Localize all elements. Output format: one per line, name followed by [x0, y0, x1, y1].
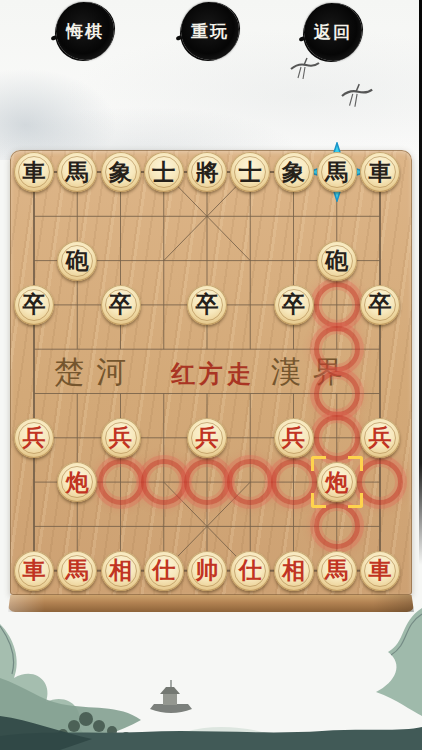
piece-character: 兵 — [369, 426, 392, 449]
piece-character: 車 — [369, 161, 392, 184]
piece-character: 象 — [282, 161, 305, 184]
piece-red-chariot[interactable]: 車 — [360, 551, 400, 591]
piece-character: 砲 — [66, 249, 89, 272]
piece-red-advisor[interactable]: 仕 — [230, 551, 270, 591]
piece-red-cannon[interactable]: 炮 — [57, 462, 97, 502]
turn-indicator: 红方走 — [171, 358, 255, 390]
move-target-ring[interactable] — [141, 459, 187, 505]
river-label-left: 楚河 — [54, 352, 138, 393]
piece-red-soldier[interactable]: 兵 — [101, 418, 141, 458]
piece-black-advisor[interactable]: 士 — [230, 152, 270, 192]
move-target-ring[interactable] — [314, 326, 360, 372]
move-target-ring[interactable] — [98, 459, 144, 505]
piece-red-soldier[interactable]: 兵 — [14, 418, 54, 458]
piece-character: 將 — [196, 161, 219, 184]
move-target-ring[interactable] — [314, 503, 360, 549]
piece-black-horse[interactable]: 馬 — [317, 152, 357, 192]
piece-character: 帅 — [196, 559, 219, 582]
move-target-ring[interactable] — [314, 371, 360, 417]
piece-red-horse[interactable]: 馬 — [57, 551, 97, 591]
piece-black-chariot[interactable]: 車 — [360, 152, 400, 192]
piece-character: 兵 — [282, 426, 305, 449]
piece-character: 車 — [23, 559, 46, 582]
piece-character: 車 — [23, 161, 46, 184]
piece-black-horse[interactable]: 馬 — [57, 152, 97, 192]
piece-character: 士 — [239, 161, 262, 184]
xiangqi-board[interactable]: 楚河 红方走 漢界 車馬象士將士象馬車砲砲卒卒卒卒卒兵兵兵兵兵炮炮車馬相仕帅仕相… — [10, 150, 412, 595]
piece-red-soldier[interactable]: 兵 — [360, 418, 400, 458]
piece-character: 炮 — [325, 471, 348, 494]
piece-black-cannon[interactable]: 砲 — [57, 241, 97, 281]
piece-character: 相 — [109, 559, 132, 582]
piece-red-soldier[interactable]: 兵 — [274, 418, 314, 458]
piece-black-soldier[interactable]: 卒 — [101, 285, 141, 325]
piece-character: 馬 — [325, 161, 348, 184]
game-screen: 悔棋 重玩 返回 楚河 红方走 漢界 車馬象士將士象馬車砲砲卒卒卒卒卒兵兵兵兵兵… — [0, 0, 422, 750]
piece-character: 士 — [152, 161, 175, 184]
move-target-ring[interactable] — [184, 459, 230, 505]
piece-character: 兵 — [23, 426, 46, 449]
undo-button-label: 悔棋 — [66, 20, 104, 43]
piece-red-soldier[interactable]: 兵 — [187, 418, 227, 458]
piece-black-general[interactable]: 將 — [187, 152, 227, 192]
crane-icon — [286, 56, 322, 82]
piece-character: 卒 — [23, 293, 46, 316]
move-target-ring[interactable] — [227, 459, 273, 505]
back-button-label: 返回 — [314, 21, 352, 44]
piece-character: 卒 — [282, 293, 305, 316]
piece-character: 仕 — [152, 559, 175, 582]
piece-black-advisor[interactable]: 士 — [144, 152, 184, 192]
piece-character: 仕 — [239, 559, 262, 582]
piece-black-cannon[interactable]: 砲 — [317, 241, 357, 281]
piece-red-cannon[interactable]: 炮 — [317, 462, 357, 502]
piece-character: 馬 — [66, 559, 89, 582]
piece-character: 卒 — [369, 293, 392, 316]
piece-character: 砲 — [325, 249, 348, 272]
piece-black-soldier[interactable]: 卒 — [14, 285, 54, 325]
piece-red-elephant[interactable]: 相 — [101, 551, 141, 591]
piece-black-chariot[interactable]: 車 — [14, 152, 54, 192]
piece-character: 卒 — [109, 293, 132, 316]
piece-red-chariot[interactable]: 車 — [14, 551, 54, 591]
piece-character: 車 — [369, 559, 392, 582]
piece-character: 兵 — [196, 426, 219, 449]
piece-black-soldier[interactable]: 卒 — [274, 285, 314, 325]
move-target-ring[interactable] — [314, 282, 360, 328]
piece-character: 卒 — [196, 293, 219, 316]
piece-red-advisor[interactable]: 仕 — [144, 551, 184, 591]
piece-character: 相 — [282, 559, 305, 582]
piece-black-elephant[interactable]: 象 — [101, 152, 141, 192]
landscape-painting — [0, 608, 422, 750]
piece-black-elephant[interactable]: 象 — [274, 152, 314, 192]
piece-character: 兵 — [109, 426, 132, 449]
piece-red-horse[interactable]: 馬 — [317, 551, 357, 591]
piece-character: 象 — [109, 161, 132, 184]
move-target-ring[interactable] — [271, 459, 317, 505]
piece-black-soldier[interactable]: 卒 — [187, 285, 227, 325]
boat — [150, 680, 192, 713]
piece-character: 炮 — [66, 471, 89, 494]
move-target-ring[interactable] — [357, 459, 403, 505]
crane-icon — [336, 82, 376, 110]
piece-character: 馬 — [325, 559, 348, 582]
replay-button-label: 重玩 — [191, 20, 229, 43]
piece-red-elephant[interactable]: 相 — [274, 551, 314, 591]
piece-red-general[interactable]: 帅 — [187, 551, 227, 591]
move-target-ring[interactable] — [314, 415, 360, 461]
piece-black-soldier[interactable]: 卒 — [360, 285, 400, 325]
piece-character: 馬 — [66, 161, 89, 184]
